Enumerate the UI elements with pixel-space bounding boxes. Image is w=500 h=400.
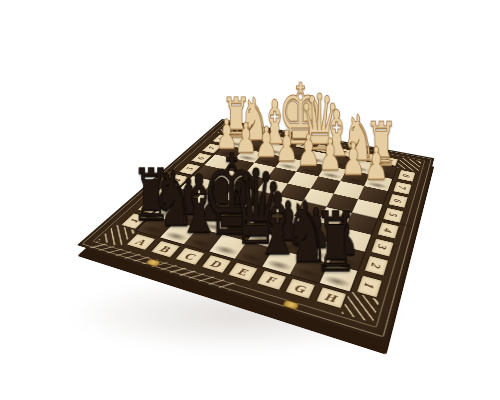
rook-glyph: ♜ — [312, 201, 360, 283]
product-photo: AA88BB77CC66DD55EE44FF33GG22HH11 ♜♞♝♚♛♝♞… — [0, 0, 500, 400]
piece-black-rook-h1: ♜ — [296, 201, 376, 283]
piece-spot-h1: ♜ — [319, 263, 357, 292]
chess-set-scene: AA88BB77CC66DD55EE44FF33GG22HH11 ♜♞♝♚♛♝♞… — [144, 61, 414, 331]
